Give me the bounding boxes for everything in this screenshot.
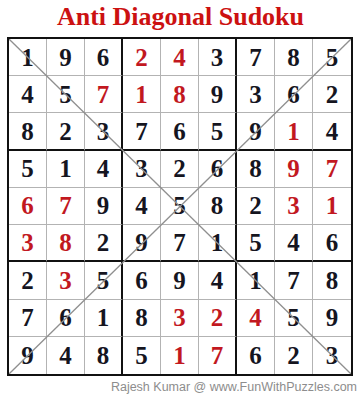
cell-r9c9[interactable]: 3 xyxy=(313,337,351,374)
cell-r9c8[interactable]: 2 xyxy=(275,337,313,374)
cell-r2c6[interactable]: 9 xyxy=(199,76,237,113)
cell-r2c5[interactable]: 8 xyxy=(161,76,199,113)
cell-r4c4[interactable]: 3 xyxy=(123,151,161,188)
cell-r5c2[interactable]: 7 xyxy=(47,188,85,225)
cell-r3c4[interactable]: 7 xyxy=(123,113,161,150)
cell-r6c8[interactable]: 4 xyxy=(275,225,313,262)
cell-r3c6[interactable]: 5 xyxy=(199,113,237,150)
cell-r5c1[interactable]: 6 xyxy=(9,188,47,225)
cell-r1c2[interactable]: 9 xyxy=(47,39,85,76)
cell-r9c7[interactable]: 6 xyxy=(237,337,275,374)
cell-r1c9[interactable]: 5 xyxy=(313,39,351,76)
cell-r1c8[interactable]: 8 xyxy=(275,39,313,76)
cell-r3c2[interactable]: 2 xyxy=(47,113,85,150)
cell-r4c5[interactable]: 2 xyxy=(161,151,199,188)
cell-r8c4[interactable]: 8 xyxy=(123,300,161,337)
cell-r5c4[interactable]: 4 xyxy=(123,188,161,225)
cell-r3c8[interactable]: 1 xyxy=(275,113,313,150)
cell-r8c9[interactable]: 9 xyxy=(313,300,351,337)
cell-r3c5[interactable]: 6 xyxy=(161,113,199,150)
cell-r4c1[interactable]: 5 xyxy=(9,151,47,188)
cell-r6c5[interactable]: 7 xyxy=(161,225,199,262)
cell-r4c7[interactable]: 8 xyxy=(237,151,275,188)
cell-r3c7[interactable]: 9 xyxy=(237,113,275,150)
cell-r6c7[interactable]: 5 xyxy=(237,225,275,262)
cell-r5c8[interactable]: 3 xyxy=(275,188,313,225)
cell-r3c9[interactable]: 4 xyxy=(313,113,351,150)
cell-r3c3[interactable]: 3 xyxy=(85,113,123,150)
cell-r7c7[interactable]: 1 xyxy=(237,262,275,299)
cell-r8c7[interactable]: 4 xyxy=(237,300,275,337)
cell-r3c1[interactable]: 8 xyxy=(9,113,47,150)
cell-r1c6[interactable]: 3 xyxy=(199,39,237,76)
cell-r1c4[interactable]: 2 xyxy=(123,39,161,76)
cell-r4c9[interactable]: 7 xyxy=(313,151,351,188)
cell-r4c8[interactable]: 9 xyxy=(275,151,313,188)
cell-r5c9[interactable]: 1 xyxy=(313,188,351,225)
cell-r7c8[interactable]: 7 xyxy=(275,262,313,299)
cell-r4c3[interactable]: 4 xyxy=(85,151,123,188)
cell-r1c3[interactable]: 6 xyxy=(85,39,123,76)
cell-r6c4[interactable]: 9 xyxy=(123,225,161,262)
cell-r8c6[interactable]: 2 xyxy=(199,300,237,337)
cell-r4c2[interactable]: 1 xyxy=(47,151,85,188)
cell-r7c6[interactable]: 4 xyxy=(199,262,237,299)
cell-r5c3[interactable]: 9 xyxy=(85,188,123,225)
sudoku-board: 1962437854571893628237659145143268976794… xyxy=(7,37,353,376)
cell-r2c3[interactable]: 7 xyxy=(85,76,123,113)
cell-r7c3[interactable]: 5 xyxy=(85,262,123,299)
cell-r7c4[interactable]: 6 xyxy=(123,262,161,299)
cell-r9c1[interactable]: 9 xyxy=(9,337,47,374)
cell-r1c7[interactable]: 7 xyxy=(237,39,275,76)
cell-r2c4[interactable]: 1 xyxy=(123,76,161,113)
cell-r2c9[interactable]: 2 xyxy=(313,76,351,113)
cell-r7c5[interactable]: 9 xyxy=(161,262,199,299)
cell-r7c1[interactable]: 2 xyxy=(9,262,47,299)
cell-r8c2[interactable]: 6 xyxy=(47,300,85,337)
cell-r5c5[interactable]: 5 xyxy=(161,188,199,225)
cell-r8c5[interactable]: 3 xyxy=(161,300,199,337)
page: Anti Diagonal Sudoku 1962437854571893628… xyxy=(0,0,361,400)
credit-text: Rajesh Kumar @ www.FunWithPuzzles.com xyxy=(111,380,357,394)
cell-r9c3[interactable]: 8 xyxy=(85,337,123,374)
cell-r1c1[interactable]: 1 xyxy=(9,39,47,76)
cell-r9c4[interactable]: 5 xyxy=(123,337,161,374)
cell-r1c5[interactable]: 4 xyxy=(161,39,199,76)
cell-r9c5[interactable]: 1 xyxy=(161,337,199,374)
cell-r6c6[interactable]: 1 xyxy=(199,225,237,262)
cell-r4c6[interactable]: 6 xyxy=(199,151,237,188)
cell-r7c9[interactable]: 8 xyxy=(313,262,351,299)
cell-r6c3[interactable]: 2 xyxy=(85,225,123,262)
cell-r8c8[interactable]: 5 xyxy=(275,300,313,337)
cell-r9c6[interactable]: 7 xyxy=(199,337,237,374)
cell-r5c7[interactable]: 2 xyxy=(237,188,275,225)
cell-r6c1[interactable]: 3 xyxy=(9,225,47,262)
cell-r7c2[interactable]: 3 xyxy=(47,262,85,299)
cell-r5c6[interactable]: 8 xyxy=(199,188,237,225)
cell-r2c1[interactable]: 4 xyxy=(9,76,47,113)
cell-r2c8[interactable]: 6 xyxy=(275,76,313,113)
page-title: Anti Diagonal Sudoku xyxy=(0,2,361,32)
cell-r9c2[interactable]: 4 xyxy=(47,337,85,374)
cell-r2c7[interactable]: 3 xyxy=(237,76,275,113)
cell-r6c2[interactable]: 8 xyxy=(47,225,85,262)
cell-r6c9[interactable]: 6 xyxy=(313,225,351,262)
cell-r8c1[interactable]: 7 xyxy=(9,300,47,337)
cell-r8c3[interactable]: 1 xyxy=(85,300,123,337)
cell-r2c2[interactable]: 5 xyxy=(47,76,85,113)
